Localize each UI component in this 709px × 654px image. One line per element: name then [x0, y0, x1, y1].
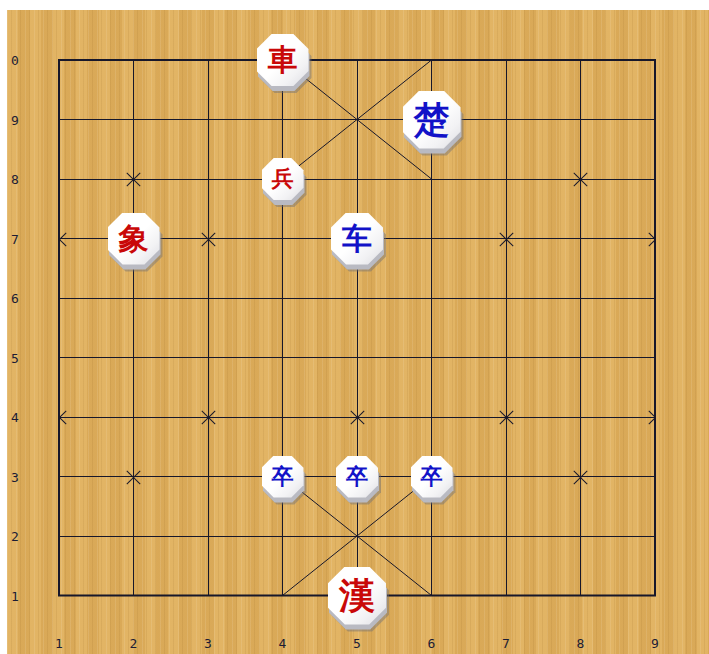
piece-glyph: 兵: [272, 168, 294, 190]
rank-label: 7: [11, 231, 19, 246]
point-mark: [647, 230, 664, 247]
piece-face: 卒: [336, 456, 378, 498]
point-mark: [200, 230, 217, 247]
piece-red-elephant[interactable]: 象: [108, 213, 160, 265]
file-label: 4: [279, 636, 287, 651]
piece-face: 漢: [328, 567, 386, 625]
piece-blue-soldier[interactable]: 卒: [262, 456, 304, 498]
piece-blue-soldier[interactable]: 卒: [411, 456, 453, 498]
piece-face: 车: [331, 213, 383, 265]
piece-glyph: 卒: [346, 466, 368, 488]
piece-face: 象: [108, 213, 160, 265]
piece-face: 車: [257, 34, 309, 86]
piece-glyph: 卒: [272, 466, 294, 488]
piece-face: 楚: [403, 91, 461, 149]
point-mark: [647, 409, 664, 426]
file-label: 2: [130, 636, 138, 651]
point-mark: [349, 409, 366, 426]
piece-glyph: 楚: [414, 102, 450, 138]
rank-label: 2: [11, 529, 19, 544]
piece-red-soldier[interactable]: 兵: [262, 158, 304, 200]
piece-blue-chariot[interactable]: 车: [331, 213, 383, 265]
janggi-board: 車楚兵象车卒卒卒漢: [22, 30, 693, 625]
piece-glyph: 漢: [339, 578, 375, 614]
point-mark: [51, 409, 68, 426]
rank-label: 5: [11, 350, 19, 365]
piece-face: 卒: [411, 456, 453, 498]
point-mark: [498, 230, 515, 247]
point-mark: [498, 409, 515, 426]
piece-blue-soldier[interactable]: 卒: [336, 456, 378, 498]
rank-label: 3: [11, 469, 19, 484]
piece-glyph: 車: [268, 45, 298, 75]
file-label: 9: [651, 636, 659, 651]
rank-label: 4: [11, 410, 19, 425]
point-mark: [200, 409, 217, 426]
file-label: 3: [204, 636, 212, 651]
point-mark: [572, 171, 589, 188]
rank-label: 1: [11, 588, 19, 603]
file-label: 1: [55, 636, 63, 651]
point-mark: [572, 468, 589, 485]
file-label: 8: [577, 636, 585, 651]
file-label: 7: [502, 636, 510, 651]
piece-glyph: 象: [119, 224, 149, 254]
piece-glyph: 车: [342, 224, 372, 254]
file-label: 5: [353, 636, 361, 651]
piece-face: 兵: [262, 158, 304, 200]
piece-face: 卒: [262, 456, 304, 498]
janggi-app-window: 車楚兵象车卒卒卒漢 0987654321123456789: [0, 0, 709, 654]
rank-label: 6: [11, 291, 19, 306]
file-label: 6: [428, 636, 436, 651]
point-mark: [125, 468, 142, 485]
rank-label: 9: [11, 112, 19, 127]
piece-red-chariot[interactable]: 車: [257, 34, 309, 86]
piece-red-general[interactable]: 漢: [328, 567, 386, 625]
piece-blue-general[interactable]: 楚: [403, 91, 461, 149]
rank-label: 0: [11, 53, 19, 68]
point-mark: [125, 171, 142, 188]
point-mark: [51, 230, 68, 247]
rank-label: 8: [11, 172, 19, 187]
piece-glyph: 卒: [421, 466, 443, 488]
